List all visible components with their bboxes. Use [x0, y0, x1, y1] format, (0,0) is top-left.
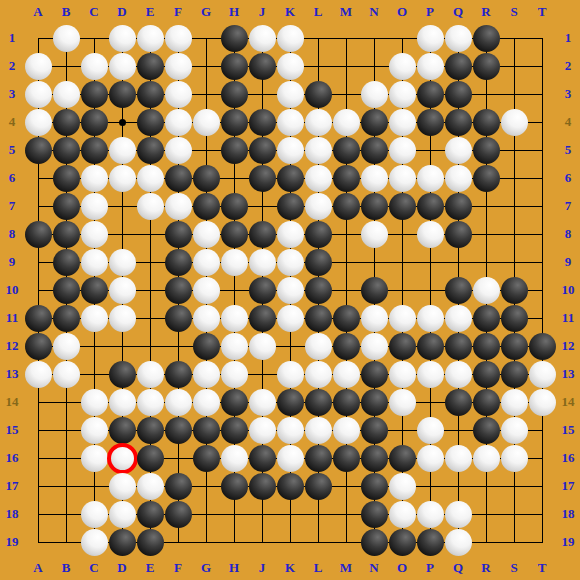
intersection-O6[interactable] [388, 164, 416, 192]
intersection-Q17[interactable] [444, 472, 472, 500]
intersection-J15[interactable] [248, 416, 276, 444]
intersection-N4[interactable] [360, 108, 388, 136]
intersection-Q8[interactable] [444, 220, 472, 248]
intersection-G18[interactable] [192, 500, 220, 528]
intersection-N3[interactable] [360, 80, 388, 108]
intersection-C9[interactable] [80, 248, 108, 276]
intersection-O12[interactable] [388, 332, 416, 360]
intersection-K18[interactable] [276, 500, 304, 528]
intersection-B6[interactable] [52, 164, 80, 192]
intersection-B3[interactable] [52, 80, 80, 108]
intersection-J12[interactable] [248, 332, 276, 360]
intersection-G10[interactable] [192, 276, 220, 304]
intersection-P15[interactable] [416, 416, 444, 444]
intersection-L7[interactable] [304, 192, 332, 220]
intersection-T15[interactable] [528, 416, 556, 444]
intersection-P17[interactable] [416, 472, 444, 500]
intersection-Q5[interactable] [444, 136, 472, 164]
intersection-R17[interactable] [472, 472, 500, 500]
intersection-C11[interactable] [80, 304, 108, 332]
intersection-N7[interactable] [360, 192, 388, 220]
intersection-P2[interactable] [416, 52, 444, 80]
intersection-H18[interactable] [220, 500, 248, 528]
intersection-S3[interactable] [500, 80, 528, 108]
intersection-J11[interactable] [248, 304, 276, 332]
intersection-H7[interactable] [220, 192, 248, 220]
intersection-Q12[interactable] [444, 332, 472, 360]
intersection-B1[interactable] [52, 24, 80, 52]
intersection-T16[interactable] [528, 444, 556, 472]
intersection-G11[interactable] [192, 304, 220, 332]
intersection-G3[interactable] [192, 80, 220, 108]
intersection-K14[interactable] [276, 388, 304, 416]
intersection-F15[interactable] [164, 416, 192, 444]
intersection-M11[interactable] [332, 304, 360, 332]
intersection-P6[interactable] [416, 164, 444, 192]
intersection-T2[interactable] [528, 52, 556, 80]
intersection-C6[interactable] [80, 164, 108, 192]
intersection-E6[interactable] [136, 164, 164, 192]
intersection-B7[interactable] [52, 192, 80, 220]
intersection-E15[interactable] [136, 416, 164, 444]
intersection-C19[interactable] [80, 528, 108, 556]
intersection-F2[interactable] [164, 52, 192, 80]
intersection-A9[interactable] [24, 248, 52, 276]
intersection-N11[interactable] [360, 304, 388, 332]
intersection-G14[interactable] [192, 388, 220, 416]
intersection-S15[interactable] [500, 416, 528, 444]
intersection-A5[interactable] [24, 136, 52, 164]
intersection-P12[interactable] [416, 332, 444, 360]
intersection-J10[interactable] [248, 276, 276, 304]
intersection-N10[interactable] [360, 276, 388, 304]
intersection-F16[interactable] [164, 444, 192, 472]
intersection-N14[interactable] [360, 388, 388, 416]
intersection-N9[interactable] [360, 248, 388, 276]
intersection-P16[interactable] [416, 444, 444, 472]
intersection-C10[interactable] [80, 276, 108, 304]
intersection-A11[interactable] [24, 304, 52, 332]
intersection-E4[interactable] [136, 108, 164, 136]
intersection-R18[interactable] [472, 500, 500, 528]
intersection-Q15[interactable] [444, 416, 472, 444]
intersection-J8[interactable] [248, 220, 276, 248]
intersection-R7[interactable] [472, 192, 500, 220]
intersection-M19[interactable] [332, 528, 360, 556]
intersection-O5[interactable] [388, 136, 416, 164]
intersection-S1[interactable] [500, 24, 528, 52]
intersection-M7[interactable] [332, 192, 360, 220]
intersection-G2[interactable] [192, 52, 220, 80]
intersection-M8[interactable] [332, 220, 360, 248]
intersection-L2[interactable] [304, 52, 332, 80]
intersection-O7[interactable] [388, 192, 416, 220]
intersection-A10[interactable] [24, 276, 52, 304]
intersection-H9[interactable] [220, 248, 248, 276]
intersection-O10[interactable] [388, 276, 416, 304]
intersection-R19[interactable] [472, 528, 500, 556]
intersection-D2[interactable] [108, 52, 136, 80]
intersection-R6[interactable] [472, 164, 500, 192]
intersection-N18[interactable] [360, 500, 388, 528]
intersection-K11[interactable] [276, 304, 304, 332]
intersection-B16[interactable] [52, 444, 80, 472]
intersection-G7[interactable] [192, 192, 220, 220]
intersection-E14[interactable] [136, 388, 164, 416]
intersection-G5[interactable] [192, 136, 220, 164]
intersection-Q7[interactable] [444, 192, 472, 220]
intersection-C14[interactable] [80, 388, 108, 416]
intersection-L19[interactable] [304, 528, 332, 556]
intersection-K3[interactable] [276, 80, 304, 108]
intersection-D3[interactable] [108, 80, 136, 108]
intersection-G8[interactable] [192, 220, 220, 248]
intersection-N5[interactable] [360, 136, 388, 164]
intersection-Q10[interactable] [444, 276, 472, 304]
intersection-M17[interactable] [332, 472, 360, 500]
intersection-R4[interactable] [472, 108, 500, 136]
intersection-D15[interactable] [108, 416, 136, 444]
intersection-H6[interactable] [220, 164, 248, 192]
intersection-T19[interactable] [528, 528, 556, 556]
intersection-S7[interactable] [500, 192, 528, 220]
intersection-H2[interactable] [220, 52, 248, 80]
intersection-H8[interactable] [220, 220, 248, 248]
intersection-G19[interactable] [192, 528, 220, 556]
intersection-A6[interactable] [24, 164, 52, 192]
intersection-Q14[interactable] [444, 388, 472, 416]
intersection-D4[interactable] [108, 108, 136, 136]
intersection-D7[interactable] [108, 192, 136, 220]
intersection-A8[interactable] [24, 220, 52, 248]
intersection-H14[interactable] [220, 388, 248, 416]
intersection-H5[interactable] [220, 136, 248, 164]
intersection-T18[interactable] [528, 500, 556, 528]
intersection-M16[interactable] [332, 444, 360, 472]
intersection-R16[interactable] [472, 444, 500, 472]
intersection-C2[interactable] [80, 52, 108, 80]
intersection-S6[interactable] [500, 164, 528, 192]
intersection-H10[interactable] [220, 276, 248, 304]
intersection-T3[interactable] [528, 80, 556, 108]
intersection-T12[interactable] [528, 332, 556, 360]
intersection-D17[interactable] [108, 472, 136, 500]
intersection-S9[interactable] [500, 248, 528, 276]
intersection-D12[interactable] [108, 332, 136, 360]
intersection-P11[interactable] [416, 304, 444, 332]
intersection-G15[interactable] [192, 416, 220, 444]
intersection-C7[interactable] [80, 192, 108, 220]
intersection-R12[interactable] [472, 332, 500, 360]
intersection-A2[interactable] [24, 52, 52, 80]
intersection-F7[interactable] [164, 192, 192, 220]
intersection-D14[interactable] [108, 388, 136, 416]
intersection-S16[interactable] [500, 444, 528, 472]
intersection-N16[interactable] [360, 444, 388, 472]
intersection-F10[interactable] [164, 276, 192, 304]
intersection-F6[interactable] [164, 164, 192, 192]
intersection-B11[interactable] [52, 304, 80, 332]
intersection-K8[interactable] [276, 220, 304, 248]
intersection-N8[interactable] [360, 220, 388, 248]
intersection-O17[interactable] [388, 472, 416, 500]
intersection-Q4[interactable] [444, 108, 472, 136]
intersection-H3[interactable] [220, 80, 248, 108]
intersection-K10[interactable] [276, 276, 304, 304]
intersection-D13[interactable] [108, 360, 136, 388]
intersection-E2[interactable] [136, 52, 164, 80]
intersection-D10[interactable] [108, 276, 136, 304]
intersection-R15[interactable] [472, 416, 500, 444]
intersection-B9[interactable] [52, 248, 80, 276]
intersection-J5[interactable] [248, 136, 276, 164]
intersection-E17[interactable] [136, 472, 164, 500]
intersection-A13[interactable] [24, 360, 52, 388]
intersection-A14[interactable] [24, 388, 52, 416]
intersection-N13[interactable] [360, 360, 388, 388]
intersection-C17[interactable] [80, 472, 108, 500]
intersection-L5[interactable] [304, 136, 332, 164]
intersection-D5[interactable] [108, 136, 136, 164]
intersection-J14[interactable] [248, 388, 276, 416]
intersection-S18[interactable] [500, 500, 528, 528]
intersection-H16[interactable] [220, 444, 248, 472]
intersection-J7[interactable] [248, 192, 276, 220]
intersection-H12[interactable] [220, 332, 248, 360]
intersection-A16[interactable] [24, 444, 52, 472]
intersection-N12[interactable] [360, 332, 388, 360]
intersection-M6[interactable] [332, 164, 360, 192]
intersection-J1[interactable] [248, 24, 276, 52]
intersection-R14[interactable] [472, 388, 500, 416]
intersection-A3[interactable] [24, 80, 52, 108]
intersection-E3[interactable] [136, 80, 164, 108]
intersection-K9[interactable] [276, 248, 304, 276]
intersection-C13[interactable] [80, 360, 108, 388]
intersection-L6[interactable] [304, 164, 332, 192]
intersection-P18[interactable] [416, 500, 444, 528]
intersection-H17[interactable] [220, 472, 248, 500]
intersection-M12[interactable] [332, 332, 360, 360]
intersection-K13[interactable] [276, 360, 304, 388]
intersection-O18[interactable] [388, 500, 416, 528]
intersection-N1[interactable] [360, 24, 388, 52]
intersection-H1[interactable] [220, 24, 248, 52]
intersection-N2[interactable] [360, 52, 388, 80]
intersection-T7[interactable] [528, 192, 556, 220]
intersection-R3[interactable] [472, 80, 500, 108]
intersection-T1[interactable] [528, 24, 556, 52]
intersection-F8[interactable] [164, 220, 192, 248]
intersection-L14[interactable] [304, 388, 332, 416]
intersection-S13[interactable] [500, 360, 528, 388]
intersection-C5[interactable] [80, 136, 108, 164]
intersection-L11[interactable] [304, 304, 332, 332]
intersection-K1[interactable] [276, 24, 304, 52]
intersection-T5[interactable] [528, 136, 556, 164]
intersection-Q11[interactable] [444, 304, 472, 332]
intersection-N19[interactable] [360, 528, 388, 556]
intersection-B4[interactable] [52, 108, 80, 136]
intersection-O3[interactable] [388, 80, 416, 108]
intersection-B10[interactable] [52, 276, 80, 304]
intersection-B14[interactable] [52, 388, 80, 416]
intersection-R11[interactable] [472, 304, 500, 332]
intersection-C3[interactable] [80, 80, 108, 108]
intersection-E18[interactable] [136, 500, 164, 528]
intersection-B18[interactable] [52, 500, 80, 528]
intersection-G16[interactable] [192, 444, 220, 472]
intersection-K16[interactable] [276, 444, 304, 472]
intersection-O2[interactable] [388, 52, 416, 80]
intersection-C4[interactable] [80, 108, 108, 136]
intersection-S5[interactable] [500, 136, 528, 164]
intersection-B17[interactable] [52, 472, 80, 500]
intersection-F14[interactable] [164, 388, 192, 416]
intersection-C15[interactable] [80, 416, 108, 444]
intersection-F4[interactable] [164, 108, 192, 136]
intersection-Q13[interactable] [444, 360, 472, 388]
intersection-D6[interactable] [108, 164, 136, 192]
intersection-P5[interactable] [416, 136, 444, 164]
intersection-P4[interactable] [416, 108, 444, 136]
intersection-O15[interactable] [388, 416, 416, 444]
intersection-E9[interactable] [136, 248, 164, 276]
intersection-H15[interactable] [220, 416, 248, 444]
intersection-H19[interactable] [220, 528, 248, 556]
intersection-J2[interactable] [248, 52, 276, 80]
intersection-F5[interactable] [164, 136, 192, 164]
intersection-L10[interactable] [304, 276, 332, 304]
intersection-S12[interactable] [500, 332, 528, 360]
intersection-J17[interactable] [248, 472, 276, 500]
intersection-M3[interactable] [332, 80, 360, 108]
intersection-R13[interactable] [472, 360, 500, 388]
intersection-A1[interactable] [24, 24, 52, 52]
intersection-T8[interactable] [528, 220, 556, 248]
intersection-J18[interactable] [248, 500, 276, 528]
intersection-O8[interactable] [388, 220, 416, 248]
intersection-R5[interactable] [472, 136, 500, 164]
intersection-E13[interactable] [136, 360, 164, 388]
intersection-S11[interactable] [500, 304, 528, 332]
intersection-O11[interactable] [388, 304, 416, 332]
intersection-L3[interactable] [304, 80, 332, 108]
intersection-O9[interactable] [388, 248, 416, 276]
intersection-M18[interactable] [332, 500, 360, 528]
intersection-P3[interactable] [416, 80, 444, 108]
intersection-G12[interactable] [192, 332, 220, 360]
intersection-R8[interactable] [472, 220, 500, 248]
intersection-P8[interactable] [416, 220, 444, 248]
intersection-G1[interactable] [192, 24, 220, 52]
intersection-F11[interactable] [164, 304, 192, 332]
intersection-G6[interactable] [192, 164, 220, 192]
intersection-F1[interactable] [164, 24, 192, 52]
intersection-C1[interactable] [80, 24, 108, 52]
intersection-L15[interactable] [304, 416, 332, 444]
intersection-N6[interactable] [360, 164, 388, 192]
intersection-P10[interactable] [416, 276, 444, 304]
intersection-T11[interactable] [528, 304, 556, 332]
intersection-K7[interactable] [276, 192, 304, 220]
intersection-E10[interactable] [136, 276, 164, 304]
intersection-B19[interactable] [52, 528, 80, 556]
intersection-C8[interactable] [80, 220, 108, 248]
intersection-J13[interactable] [248, 360, 276, 388]
intersection-K19[interactable] [276, 528, 304, 556]
intersection-L17[interactable] [304, 472, 332, 500]
intersection-P19[interactable] [416, 528, 444, 556]
intersection-O13[interactable] [388, 360, 416, 388]
intersection-S14[interactable] [500, 388, 528, 416]
intersection-G17[interactable] [192, 472, 220, 500]
intersection-T9[interactable] [528, 248, 556, 276]
intersection-G4[interactable] [192, 108, 220, 136]
intersection-H13[interactable] [220, 360, 248, 388]
intersection-B8[interactable] [52, 220, 80, 248]
intersection-P9[interactable] [416, 248, 444, 276]
intersection-Q6[interactable] [444, 164, 472, 192]
intersection-T10[interactable] [528, 276, 556, 304]
intersection-D11[interactable] [108, 304, 136, 332]
intersection-A15[interactable] [24, 416, 52, 444]
intersection-D18[interactable] [108, 500, 136, 528]
intersection-G9[interactable] [192, 248, 220, 276]
intersection-T14[interactable] [528, 388, 556, 416]
intersection-A12[interactable] [24, 332, 52, 360]
intersection-H4[interactable] [220, 108, 248, 136]
intersection-R10[interactable] [472, 276, 500, 304]
intersection-F18[interactable] [164, 500, 192, 528]
intersection-M13[interactable] [332, 360, 360, 388]
intersection-S4[interactable] [500, 108, 528, 136]
intersection-J9[interactable] [248, 248, 276, 276]
intersection-A4[interactable] [24, 108, 52, 136]
intersection-K15[interactable] [276, 416, 304, 444]
intersection-B2[interactable] [52, 52, 80, 80]
intersection-M4[interactable] [332, 108, 360, 136]
intersection-J16[interactable] [248, 444, 276, 472]
intersection-R9[interactable] [472, 248, 500, 276]
intersection-S2[interactable] [500, 52, 528, 80]
intersection-L8[interactable] [304, 220, 332, 248]
intersection-E11[interactable] [136, 304, 164, 332]
intersection-K12[interactable] [276, 332, 304, 360]
intersection-E12[interactable] [136, 332, 164, 360]
intersection-J3[interactable] [248, 80, 276, 108]
intersection-G13[interactable] [192, 360, 220, 388]
intersection-P7[interactable] [416, 192, 444, 220]
intersection-B5[interactable] [52, 136, 80, 164]
intersection-T6[interactable] [528, 164, 556, 192]
intersection-L13[interactable] [304, 360, 332, 388]
intersection-S19[interactable] [500, 528, 528, 556]
intersection-M9[interactable] [332, 248, 360, 276]
intersection-F17[interactable] [164, 472, 192, 500]
intersection-Q19[interactable] [444, 528, 472, 556]
intersection-O1[interactable] [388, 24, 416, 52]
intersection-L18[interactable] [304, 500, 332, 528]
intersection-B13[interactable] [52, 360, 80, 388]
intersection-M1[interactable] [332, 24, 360, 52]
intersection-N17[interactable] [360, 472, 388, 500]
intersection-M15[interactable] [332, 416, 360, 444]
intersection-F13[interactable] [164, 360, 192, 388]
intersection-K2[interactable] [276, 52, 304, 80]
intersection-Q16[interactable] [444, 444, 472, 472]
intersection-B15[interactable] [52, 416, 80, 444]
